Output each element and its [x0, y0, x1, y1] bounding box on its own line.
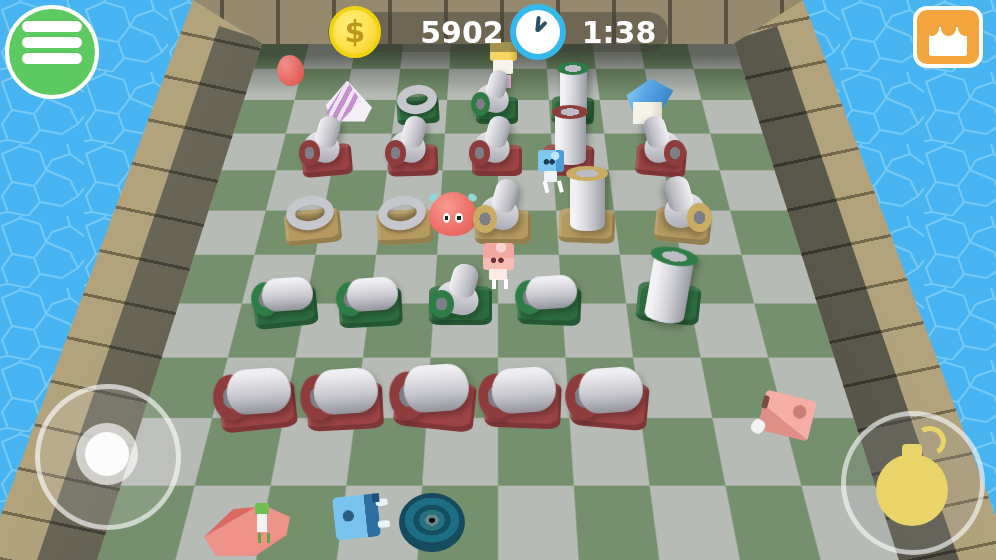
- timer-value: 1:38: [582, 15, 657, 50]
- joystick-knob[interactable]: [85, 432, 129, 476]
- coin-icon: $: [329, 6, 381, 58]
- virtual-joystick[interactable]: [35, 384, 181, 530]
- coin-count: 5902: [420, 15, 504, 50]
- shop-button[interactable]: [913, 6, 983, 68]
- hud: 5902 $ 1:38: [0, 0, 996, 560]
- bomb-button[interactable]: [841, 411, 985, 555]
- game-viewport: 5902 $ 1:38: [0, 0, 996, 560]
- menu-button[interactable]: [5, 5, 99, 99]
- hamburger-icon: [22, 21, 82, 32]
- clock-icon: [510, 4, 566, 60]
